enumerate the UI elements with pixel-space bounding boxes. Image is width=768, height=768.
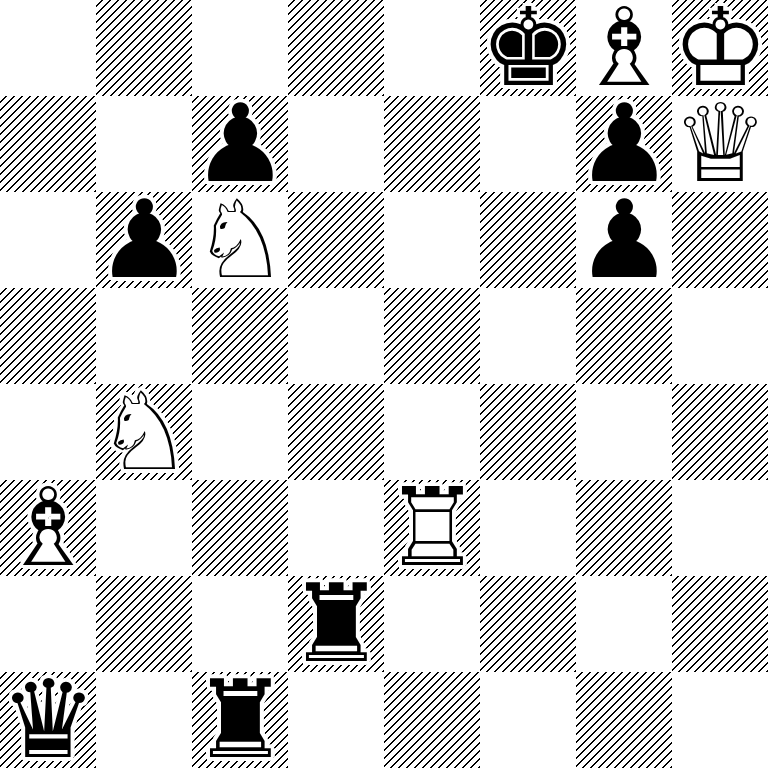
black-pawn-glyph-icon: ♟ (96, 192, 193, 288)
black-rook-glyph-icon: ♜ (288, 576, 385, 672)
black-queen-glyph-icon: ♛ (0, 672, 97, 768)
square-h7[interactable]: ♛♕ (672, 96, 768, 192)
square-b4[interactable]: ♞♘ (96, 384, 192, 480)
square-g2[interactable] (576, 576, 672, 672)
chess-board: ♚♚♝♗♚♔♟♟♟♟♛♕♟♟♞♘♟♟♞♘♝♗♜♖♜♜♛♛♜♜ (0, 0, 768, 768)
square-c6[interactable]: ♞♘ (192, 192, 288, 288)
square-d1[interactable] (288, 672, 384, 768)
white-bishop-glyph-icon: ♗ (0, 480, 97, 576)
square-b2[interactable] (96, 576, 192, 672)
square-a3[interactable]: ♝♗ (0, 480, 96, 576)
square-h3[interactable] (672, 480, 768, 576)
square-f4[interactable] (480, 384, 576, 480)
square-a8[interactable] (0, 0, 96, 96)
square-h4[interactable] (672, 384, 768, 480)
piece-black-queen-a1[interactable]: ♛♛ (0, 672, 96, 768)
square-f2[interactable] (480, 576, 576, 672)
square-b8[interactable] (96, 0, 192, 96)
square-e2[interactable] (384, 576, 480, 672)
square-e8[interactable] (384, 0, 480, 96)
piece-black-rook-d2[interactable]: ♜♜ (288, 576, 384, 672)
piece-white-knight-c6[interactable]: ♞♘ (192, 192, 288, 288)
square-f1[interactable] (480, 672, 576, 768)
square-g4[interactable] (576, 384, 672, 480)
square-f5[interactable] (480, 288, 576, 384)
square-g3[interactable] (576, 480, 672, 576)
piece-white-bishop-a3[interactable]: ♝♗ (0, 480, 96, 576)
square-g5[interactable] (576, 288, 672, 384)
black-pawn-glyph-icon: ♟ (576, 192, 673, 288)
white-queen-glyph-icon: ♕ (672, 96, 768, 192)
square-e5[interactable] (384, 288, 480, 384)
square-d2[interactable]: ♜♜ (288, 576, 384, 672)
square-d6[interactable] (288, 192, 384, 288)
square-f3[interactable] (480, 480, 576, 576)
piece-black-king-f8[interactable]: ♚♚ (480, 0, 576, 96)
square-c1[interactable]: ♜♜ (192, 672, 288, 768)
piece-white-rook-e3[interactable]: ♜♖ (384, 480, 480, 576)
square-a6[interactable] (0, 192, 96, 288)
square-d5[interactable] (288, 288, 384, 384)
square-h1[interactable] (672, 672, 768, 768)
piece-black-pawn-g6[interactable]: ♟♟ (576, 192, 672, 288)
square-c5[interactable] (192, 288, 288, 384)
piece-black-pawn-b6[interactable]: ♟♟ (96, 192, 192, 288)
square-e7[interactable] (384, 96, 480, 192)
square-d4[interactable] (288, 384, 384, 480)
square-e6[interactable] (384, 192, 480, 288)
white-knight-glyph-icon: ♘ (96, 384, 193, 480)
piece-white-queen-h7[interactable]: ♛♕ (672, 96, 768, 192)
square-h5[interactable] (672, 288, 768, 384)
square-c4[interactable] (192, 384, 288, 480)
white-knight-glyph-icon: ♘ (192, 192, 289, 288)
square-g1[interactable] (576, 672, 672, 768)
square-e3[interactable]: ♜♖ (384, 480, 480, 576)
black-king-glyph-icon: ♚ (480, 0, 577, 96)
square-a7[interactable] (0, 96, 96, 192)
square-f7[interactable] (480, 96, 576, 192)
square-h2[interactable] (672, 576, 768, 672)
square-h6[interactable] (672, 192, 768, 288)
square-b1[interactable] (96, 672, 192, 768)
white-rook-glyph-icon: ♖ (384, 480, 481, 576)
square-g6[interactable]: ♟♟ (576, 192, 672, 288)
square-a1[interactable]: ♛♛ (0, 672, 96, 768)
square-f8[interactable]: ♚♚ (480, 0, 576, 96)
square-b3[interactable] (96, 480, 192, 576)
black-rook-glyph-icon: ♜ (192, 672, 289, 768)
square-b6[interactable]: ♟♟ (96, 192, 192, 288)
square-e1[interactable] (384, 672, 480, 768)
piece-black-rook-c1[interactable]: ♜♜ (192, 672, 288, 768)
square-f6[interactable] (480, 192, 576, 288)
square-a5[interactable] (0, 288, 96, 384)
square-c3[interactable] (192, 480, 288, 576)
square-d7[interactable] (288, 96, 384, 192)
square-d8[interactable] (288, 0, 384, 96)
piece-white-knight-b4[interactable]: ♞♘ (96, 384, 192, 480)
